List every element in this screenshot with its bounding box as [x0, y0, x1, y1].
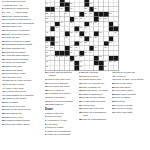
clue-number: 12 — [79, 82, 82, 85]
clue-number: 28 — [79, 100, 82, 103]
cell-number: 58 — [51, 46, 53, 48]
clue-number: 4 — [2, 4, 3, 7]
clue-number: 50 — [2, 101, 5, 104]
cell-number: 34 — [60, 22, 62, 24]
clue-number: 1 — [2, 0, 3, 3]
clue-number: 58 — [2, 119, 5, 122]
crossword-grid: 1234567891011121314151617181920212223242… — [45, 0, 119, 71]
cell-number: 15 — [70, 2, 72, 4]
clue-number: 8 — [45, 133, 46, 136]
clue-number: 24 — [2, 36, 5, 39]
clue-number: 48 — [2, 97, 5, 100]
clue-number: 60 — [45, 71, 48, 74]
cell-number: 29 — [75, 17, 77, 19]
clue: 73 Catch sight of — [45, 103, 78, 106]
clue-number: 41 — [2, 79, 5, 82]
cell-number: 54 — [80, 41, 82, 43]
clue-number: 15 — [2, 14, 5, 17]
cell-number: 49 — [80, 36, 82, 38]
clue-column-fourth-inner: 43 Fish at a sushi bar46 All tied up49 P… — [112, 71, 149, 114]
cell-number: 47 — [56, 36, 58, 38]
clue-column-left-inner: 1 Kind of wave or pool4 Mideast ruler, v… — [2, 0, 41, 126]
clue-number: 56 — [112, 93, 115, 96]
cell-number: 69 — [60, 56, 62, 58]
cell-number: 64 — [70, 51, 72, 53]
cell-number: 22 — [46, 12, 48, 14]
cell-number: 73 — [99, 56, 101, 58]
clue-number: 16 — [2, 18, 5, 21]
clue-number: 1 — [45, 112, 46, 115]
cell-number: 82 — [104, 65, 106, 67]
clue-number: 39 — [2, 72, 5, 75]
clue-number: 69 — [45, 92, 48, 95]
cell-number: 55 — [85, 41, 87, 43]
cell-number: 16 — [90, 2, 92, 4]
clue-column-second: 60 Finish right behind the winner64 Out … — [45, 71, 78, 150]
clue-number: 71 — [45, 96, 48, 99]
cell-number: 60 — [75, 46, 77, 48]
clue: 59 Nest egg letters, briefly — [2, 122, 41, 125]
clue-column-fourth: 43 Fish at a sushi bar46 All tied up49 P… — [112, 71, 149, 150]
cell-number: 75 — [70, 61, 72, 63]
cell-number: 38 — [56, 27, 58, 29]
clue-number: 57 — [2, 115, 5, 118]
cell-number: 36 — [90, 22, 92, 24]
clue-number: 7 — [45, 130, 46, 133]
cell-number: 56 — [109, 41, 111, 43]
clue-column-third: 9 Strong yearning10 End of a pencil11 Wo… — [79, 71, 111, 150]
cell-number: 45 — [99, 31, 101, 33]
clue-number: 9 — [79, 71, 80, 74]
clue-number: 64 — [45, 78, 48, 81]
crossword-grid-cells: 1234567891011121314151617181920212223242… — [45, 0, 119, 71]
clue-number: 46 — [112, 75, 115, 78]
cell-number: 76 — [80, 61, 82, 63]
cell-number: 65 — [85, 51, 87, 53]
cell-number: 14 — [46, 2, 48, 4]
clue-number: 43 — [112, 71, 115, 74]
clue: 8 Home for a hibernator — [45, 133, 78, 136]
cell-number: 74 — [46, 61, 48, 63]
clue-number: 14 — [2, 11, 5, 14]
cell-number: 48 — [65, 36, 67, 38]
cell-number: 35 — [70, 22, 72, 24]
cell-number: 66 — [90, 51, 92, 53]
clue-number: 8 — [2, 7, 3, 10]
clue-number: 20 — [79, 93, 82, 96]
cell-number: 51 — [94, 36, 96, 38]
clue-number: 45 — [2, 90, 5, 93]
clue-number: 10 — [79, 75, 82, 78]
cell-number: 41 — [46, 31, 48, 33]
cell-number: 72 — [80, 56, 82, 58]
cell-number: 50 — [90, 36, 92, 38]
clue: 70 Fancy fish eggs — [112, 111, 149, 114]
cell-number: 24 — [65, 12, 67, 14]
clue-column-second-inner: 60 Finish right behind the winner64 Out … — [45, 71, 78, 136]
clue-number: 35 — [79, 111, 82, 114]
cell-number: 30 — [80, 17, 82, 19]
clue-number: 70 — [112, 111, 115, 114]
cell-number: 39 — [80, 27, 82, 29]
clue-number: 30 — [79, 103, 82, 106]
clue-number: 33 — [79, 107, 82, 110]
cell-number: 62 — [104, 46, 106, 48]
clue-number: 13 — [79, 85, 82, 88]
cell-number: 61 — [94, 46, 96, 48]
clue-number: 67 — [45, 85, 48, 88]
cell-number: 28 — [46, 17, 48, 19]
clue-number: 40 — [2, 76, 5, 79]
cell-number: 70 — [65, 56, 67, 58]
clue-number: 31 — [2, 54, 5, 57]
clue-number: 51 — [2, 104, 5, 107]
cell-number: 21 — [94, 7, 96, 9]
clue-number: 32 — [2, 58, 5, 61]
clue-number: 37 — [2, 68, 5, 71]
clue-number: 21 — [2, 29, 5, 32]
clue-number: 63 — [112, 103, 115, 106]
clue-number: 38 — [79, 117, 82, 120]
clue-number: 3 — [45, 119, 46, 122]
clue-number: 17 — [2, 22, 5, 25]
cell-number: 46 — [114, 31, 116, 33]
cell-number: 53 — [56, 41, 58, 43]
cell-number: 31 — [99, 17, 101, 19]
cell-number: 67 — [46, 56, 48, 58]
cell-number: 43 — [75, 31, 77, 33]
clue: 38 Trail for a bloodhound — [79, 117, 111, 120]
clue-number: 5 — [45, 122, 46, 125]
clue-number: 42 — [2, 83, 5, 86]
grid-cell[interactable] — [114, 66, 119, 71]
clue-number: 26 — [2, 43, 5, 46]
clue-number: 44 — [2, 86, 5, 89]
cell-number: 59 — [70, 46, 72, 48]
cell-number: 63 — [46, 51, 48, 53]
clue-number: 19 — [2, 25, 5, 28]
clue-number: 62 — [112, 100, 115, 103]
clue-number: 27 — [2, 47, 5, 50]
cell-number: 42 — [70, 31, 72, 33]
clue-number: 6 — [45, 126, 46, 129]
cell-number: 26 — [90, 12, 92, 14]
cell-number: 27 — [109, 12, 111, 14]
clue-number: 22 — [2, 32, 5, 35]
clue-number: 36 — [2, 65, 5, 68]
clue-number: 23 — [79, 96, 82, 99]
cell-number: 18 — [60, 7, 62, 9]
clue-number: 49 — [112, 78, 115, 81]
down-header: Down — [45, 107, 78, 111]
clue-number: 11 — [79, 78, 82, 81]
clue-number: 68 — [45, 89, 48, 92]
clue: 60 Finish right behind the winner — [45, 71, 78, 77]
clue-column-left: 1 Kind of wave or pool4 Mideast ruler, v… — [2, 0, 41, 150]
cell-number: 19 — [70, 7, 72, 9]
cell-number: 79 — [114, 61, 116, 63]
cell-number: 77 — [104, 61, 106, 63]
clue-number: 29 — [2, 50, 5, 53]
clue-number: 18 — [79, 89, 82, 92]
cell-number: 57 — [46, 46, 48, 48]
clue-number: 54 — [112, 89, 115, 92]
clue-number: 47 — [2, 94, 5, 97]
cell-number: 78 — [109, 61, 111, 63]
cell-number: 80 — [46, 65, 48, 67]
cell-number: 81 — [80, 65, 82, 67]
clue-number: 59 — [2, 122, 5, 125]
clue-number: 53 — [2, 108, 5, 111]
cell-number: 52 — [46, 41, 48, 43]
cell-number: 68 — [56, 56, 58, 58]
cell-number: 17 — [56, 7, 58, 9]
cell-number: 33 — [46, 22, 48, 24]
clue-number: 65 — [112, 107, 115, 110]
cell-number: 32 — [104, 17, 106, 19]
clue-number: 50 — [112, 82, 115, 85]
clue-number: 66 — [45, 81, 48, 84]
clue-number: 52 — [112, 85, 115, 88]
cell-number: 40 — [85, 27, 87, 29]
cell-number: 20 — [85, 7, 87, 9]
clue-number: 25 — [2, 40, 5, 43]
clue: 35 Model on a showroom floor — [79, 111, 111, 117]
cell-number: 71 — [75, 56, 77, 58]
clue-number: 73 — [45, 103, 48, 106]
clue-column-third-inner: 9 Strong yearning10 End of a pencil11 Wo… — [79, 71, 111, 120]
cell-number: 37 — [94, 22, 96, 24]
cell-number: 44 — [85, 31, 87, 33]
clue-number: 55 — [2, 112, 5, 115]
clue-number: 34 — [2, 61, 5, 64]
clue-number: 2 — [45, 115, 46, 118]
cell-number: 25 — [85, 12, 87, 14]
clue-number: 61 — [112, 96, 115, 99]
clue-number: 72 — [45, 99, 48, 102]
cell-number: 23 — [51, 12, 53, 14]
